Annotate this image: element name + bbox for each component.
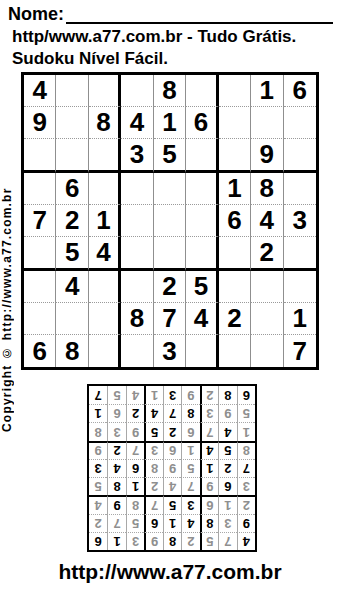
puzzle-cell-r1c7 (219, 75, 251, 107)
puzzle-cell-r1c9: 6 (284, 75, 316, 107)
solution-cell-r8c1: 5 (237, 404, 255, 422)
puzzle-cell-r8c9: 1 (284, 303, 316, 335)
puzzle-cell-r3c1 (24, 139, 56, 173)
puzzle-cell-r2c3: 8 (89, 107, 121, 139)
solution-cell-r9c7: 4 (126, 386, 144, 404)
solution-cell-r4c2: 6 (218, 477, 236, 495)
solution-cell-r6c2: 5 (218, 441, 236, 459)
puzzle-cell-r8c3 (89, 303, 121, 335)
puzzle-cell-r6c5 (154, 237, 186, 271)
puzzle-cell-r6c2: 5 (56, 237, 88, 271)
solution-cell-r7c8: 3 (107, 422, 125, 440)
solution-cell-r4c5: 4 (163, 477, 181, 495)
solution-cell-r7c4: 6 (181, 422, 199, 440)
solution-cell-r6c7: 7 (126, 441, 144, 459)
solution-cell-r8c4: 8 (181, 404, 199, 422)
puzzle-cell-r3c4: 3 (121, 139, 153, 173)
solution-cell-r9c9: 7 (89, 386, 107, 404)
puzzle-cell-r1c2 (56, 75, 88, 107)
puzzle-cell-r3c5: 5 (154, 139, 186, 173)
solution-cell-r5c6: 8 (144, 459, 162, 477)
puzzle-cell-r7c4 (121, 271, 153, 303)
puzzle-cell-r2c9 (284, 107, 316, 139)
solution-cell-r1c2: 7 (218, 532, 236, 550)
solution-cell-r2c9: 2 (89, 514, 107, 532)
solution-cell-r4c7: 1 (126, 477, 144, 495)
puzzle-cell-r8c7: 2 (219, 303, 251, 335)
solution-cell-r7c9: 8 (89, 422, 107, 440)
puzzle-cell-r5c7: 6 (219, 205, 251, 237)
puzzle-cell-r3c3 (89, 139, 121, 173)
solution-cell-r6c1: 8 (237, 441, 255, 459)
puzzle-cell-r5c2: 2 (56, 205, 88, 237)
puzzle-cell-r4c7: 1 (219, 173, 251, 205)
solution-cell-r4c8: 8 (107, 477, 125, 495)
solution-cell-r9c3: 2 (200, 386, 218, 404)
solution-cell-r5c4: 5 (181, 459, 199, 477)
puzzle-cell-r4c6 (186, 173, 218, 205)
solution-cell-r4c9: 5 (89, 477, 107, 495)
puzzle-cell-r7c6: 5 (186, 271, 218, 303)
solution-cell-r2c7: 5 (126, 514, 144, 532)
puzzle-cell-r8c8 (251, 303, 283, 335)
puzzle-cell-r2c8 (251, 107, 283, 139)
puzzle-cell-r4c2: 6 (56, 173, 88, 205)
solution-cell-r1c8: 1 (107, 532, 125, 550)
puzzle-cell-r4c9 (284, 173, 316, 205)
solution-cell-r5c8: 4 (107, 459, 125, 477)
solution-cell-r7c1: 1 (237, 422, 255, 440)
puzzle-cell-r5c1: 7 (24, 205, 56, 237)
solution-cell-r5c5: 9 (163, 459, 181, 477)
puzzle-cell-r7c7 (219, 271, 251, 303)
puzzle-cell-r7c8 (251, 271, 283, 303)
puzzle-cell-r6c3: 4 (89, 237, 121, 271)
puzzle-cell-r6c1 (24, 237, 56, 271)
puzzle-cell-r2c5: 1 (154, 107, 186, 139)
solution-cell-r4c3: 9 (200, 477, 218, 495)
solution-cell-r5c1: 7 (237, 459, 255, 477)
solution-cell-r6c6: 3 (144, 441, 162, 459)
solution-cell-r5c9: 3 (89, 459, 107, 477)
solution-cell-r9c2: 8 (218, 386, 236, 404)
solution-cell-r2c1: 9 (237, 514, 255, 532)
puzzle-cell-r9c5: 3 (154, 335, 186, 367)
solution-cell-r5c2: 2 (218, 459, 236, 477)
puzzle-cell-r9c1: 6 (24, 335, 56, 367)
solution-cell-r2c6: 6 (144, 514, 162, 532)
solution-cell-r2c4: 4 (181, 514, 199, 532)
puzzle-cell-r2c6: 6 (186, 107, 218, 139)
name-row: Nome: (8, 4, 333, 24)
puzzle-cell-r1c1: 4 (24, 75, 56, 107)
puzzle-cell-r9c6 (186, 335, 218, 367)
puzzle-cell-r1c6 (186, 75, 218, 107)
solution-cell-r6c4: 1 (181, 441, 199, 459)
puzzle-cell-r7c3 (89, 271, 121, 303)
puzzle-cell-r1c3 (89, 75, 121, 107)
solution-cell-r4c1: 3 (237, 477, 255, 495)
solution-cell-r9c5: 3 (163, 386, 181, 404)
puzzle-cell-r7c5: 2 (154, 271, 186, 303)
puzzle-cell-r6c7 (219, 237, 251, 271)
solution-cell-r9c6: 1 (144, 386, 162, 404)
puzzle-cell-r8c2 (56, 303, 88, 335)
puzzle-cell-r3c2 (56, 139, 88, 173)
puzzle-cell-r8c6: 4 (186, 303, 218, 335)
solution-cell-r1c7: 3 (126, 532, 144, 550)
solution-cell-r3c2: 1 (218, 495, 236, 513)
solution-cell-r8c9: 1 (89, 404, 107, 422)
solution-cell-r8c3: 3 (200, 404, 218, 422)
puzzle-cell-r2c7 (219, 107, 251, 139)
solution-cell-r6c5: 6 (163, 441, 181, 459)
puzzle-cell-r7c1 (24, 271, 56, 303)
solution-cell-r5c3: 1 (200, 459, 218, 477)
solution-cell-r1c4: 2 (181, 532, 199, 550)
solution-cell-r3c3: 6 (200, 495, 218, 513)
puzzle-cell-r9c8 (251, 335, 283, 367)
solution-cell-r8c2: 9 (218, 404, 236, 422)
puzzle-cell-r4c5 (154, 173, 186, 205)
puzzle-cell-r6c9 (284, 237, 316, 271)
puzzle-cell-r4c1 (24, 173, 56, 205)
solution-cell-r3c5: 5 (163, 495, 181, 513)
solution-cell-r3c1: 2 (237, 495, 255, 513)
solution-cell-r7c5: 2 (163, 422, 181, 440)
puzzle-cell-r8c5: 7 (154, 303, 186, 335)
puzzle-cell-r7c2: 4 (56, 271, 88, 303)
footer-url: http://www.a77.com.br (0, 560, 340, 584)
solution-cell-r3c9: 4 (89, 495, 107, 513)
solution-cell-r3c7: 8 (126, 495, 144, 513)
solution-cell-r3c8: 9 (107, 495, 125, 513)
solution-cell-r6c8: 2 (107, 441, 125, 459)
header-site-line: http/www.a77.com.br - Tudo Grátis. (12, 27, 296, 47)
sudoku-puzzle-grid: 481698416359618721643542425874216837 (21, 72, 319, 370)
solution-cell-r6c9: 9 (89, 441, 107, 459)
solution-cell-r2c5: 1 (163, 514, 181, 532)
solution-cell-r2c8: 7 (107, 514, 125, 532)
puzzle-cell-r1c5: 8 (154, 75, 186, 107)
puzzle-cell-r6c6 (186, 237, 218, 271)
puzzle-cell-r8c4: 8 (121, 303, 153, 335)
puzzle-cell-r6c8: 2 (251, 237, 283, 271)
solution-cell-r9c1: 6 (237, 386, 255, 404)
solution-cell-r6c3: 4 (200, 441, 218, 459)
copyright-vertical-text: Copyright © http://www.a77.com.br (0, 140, 14, 432)
puzzle-cell-r9c9: 7 (284, 335, 316, 367)
sudoku-worksheet-page: Nome: http/www.a77.com.br - Tudo Grátis.… (0, 0, 340, 596)
puzzle-cell-r5c3: 1 (89, 205, 121, 237)
solution-cell-r1c6: 9 (144, 532, 162, 550)
puzzle-cell-r9c4 (121, 335, 153, 367)
solution-cell-r7c3: 7 (200, 422, 218, 440)
puzzle-cell-r5c9: 3 (284, 205, 316, 237)
solution-cell-r7c7: 9 (126, 422, 144, 440)
solution-cell-r8c6: 4 (144, 404, 162, 422)
puzzle-cell-r9c2: 8 (56, 335, 88, 367)
puzzle-cell-r2c1: 9 (24, 107, 56, 139)
solution-cell-r9c8: 5 (107, 386, 125, 404)
solution-cell-r2c2: 3 (218, 514, 236, 532)
solution-cell-r1c3: 5 (200, 532, 218, 550)
name-label: Nome: (8, 4, 64, 24)
puzzle-cell-r3c6 (186, 139, 218, 173)
solution-cell-r4c4: 7 (181, 477, 199, 495)
puzzle-cell-r6c4 (121, 237, 153, 271)
solution-cell-r7c2: 4 (218, 422, 236, 440)
puzzle-cell-r5c6 (186, 205, 218, 237)
puzzle-cell-r4c3 (89, 173, 121, 205)
puzzle-cell-r2c2 (56, 107, 88, 139)
puzzle-cell-r9c3 (89, 335, 121, 367)
solution-cell-r7c6: 5 (144, 422, 162, 440)
solution-cell-r3c4: 3 (181, 495, 199, 513)
puzzle-cell-r5c5 (154, 205, 186, 237)
solution-cell-r4c6: 2 (144, 477, 162, 495)
header-subtitle: Sudoku Nível Fácil. (12, 49, 168, 69)
puzzle-cell-r2c4: 4 (121, 107, 153, 139)
puzzle-cell-r1c4 (121, 75, 153, 107)
puzzle-cell-r3c7 (219, 139, 251, 173)
puzzle-cell-r9c7 (219, 335, 251, 367)
solution-cell-r3c6: 7 (144, 495, 162, 513)
solution-cell-r8c7: 2 (126, 404, 144, 422)
puzzle-cell-r5c4 (121, 205, 153, 237)
solution-cell-r9c4: 9 (181, 386, 199, 404)
puzzle-cell-r5c8: 4 (251, 205, 283, 237)
solution-cell-r5c7: 6 (126, 459, 144, 477)
puzzle-cell-r3c8: 9 (251, 139, 283, 173)
puzzle-cell-r4c8: 8 (251, 173, 283, 205)
solution-cell-r2c3: 8 (200, 514, 218, 532)
name-fill-line (66, 4, 333, 24)
solution-cell-r1c1: 4 (237, 532, 255, 550)
solution-cell-r1c5: 8 (163, 532, 181, 550)
solution-cell-r1c9: 6 (89, 532, 107, 550)
puzzle-cell-r1c8: 1 (251, 75, 283, 107)
sudoku-solution-grid-rotated: 4752893169384165722163578943697421857215… (87, 384, 257, 552)
puzzle-cell-r8c1 (24, 303, 56, 335)
solution-cell-r8c5: 7 (163, 404, 181, 422)
solution-cell-r8c8: 6 (107, 404, 125, 422)
puzzle-cell-r7c9 (284, 271, 316, 303)
puzzle-cell-r4c4 (121, 173, 153, 205)
puzzle-cell-r3c9 (284, 139, 316, 173)
